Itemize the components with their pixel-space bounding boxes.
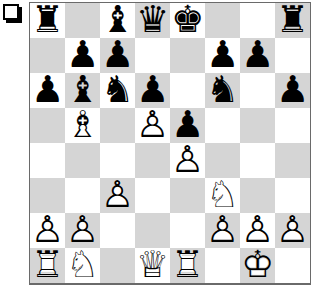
- white-king: ♚♔: [240, 248, 275, 283]
- square-c1[interactable]: [100, 248, 135, 283]
- square-c2[interactable]: [100, 213, 135, 248]
- square-h4[interactable]: [275, 143, 310, 178]
- square-d8[interactable]: ♛: [135, 3, 170, 38]
- square-f6[interactable]: ♞: [205, 73, 240, 108]
- chess-diagram: ♜♝♛♚♜♟♟♟♟♟♝♞♟♞♟♝♗♟♙♟♟♙♟♙♞♘♟♙♟♙♟♙♟♙♟♙♜♖♞♘…: [0, 0, 315, 285]
- square-g4[interactable]: [240, 143, 275, 178]
- white-pawn: ♟♙: [205, 213, 240, 248]
- square-d4[interactable]: [135, 143, 170, 178]
- square-a5[interactable]: [30, 108, 65, 143]
- square-a4[interactable]: [30, 143, 65, 178]
- square-b1[interactable]: ♞♘: [65, 248, 100, 283]
- white-bishop: ♝♗: [65, 108, 100, 143]
- square-e1[interactable]: ♜♖: [170, 248, 205, 283]
- square-c6[interactable]: ♞: [100, 73, 135, 108]
- square-f2[interactable]: ♟♙: [205, 213, 240, 248]
- square-e3[interactable]: [170, 178, 205, 213]
- black-rook: ♜: [275, 3, 310, 38]
- black-pawn: ♟: [240, 38, 275, 73]
- square-c3[interactable]: ♟♙: [100, 178, 135, 213]
- black-pawn: ♟: [30, 73, 65, 108]
- square-e7[interactable]: [170, 38, 205, 73]
- white-rook: ♜♖: [30, 248, 65, 283]
- square-e8[interactable]: ♚: [170, 3, 205, 38]
- square-d1[interactable]: ♛♕: [135, 248, 170, 283]
- white-rook: ♜♖: [170, 248, 205, 283]
- square-d5[interactable]: ♟♙: [135, 108, 170, 143]
- square-a6[interactable]: ♟: [30, 73, 65, 108]
- white-queen: ♛♕: [135, 248, 170, 283]
- square-g1[interactable]: ♚♔: [240, 248, 275, 283]
- square-h5[interactable]: [275, 108, 310, 143]
- square-c5[interactable]: [100, 108, 135, 143]
- square-f5[interactable]: [205, 108, 240, 143]
- chess-board: ♜♝♛♚♜♟♟♟♟♟♝♞♟♞♟♝♗♟♙♟♟♙♟♙♞♘♟♙♟♙♟♙♟♙♟♙♜♖♞♘…: [29, 2, 311, 285]
- black-knight: ♞: [100, 73, 135, 108]
- white-pawn: ♟♙: [100, 178, 135, 213]
- white-knight: ♞♘: [65, 248, 100, 283]
- black-rook: ♜: [30, 3, 65, 38]
- square-a1[interactable]: ♜♖: [30, 248, 65, 283]
- white-pawn: ♟♙: [275, 213, 310, 248]
- square-h8[interactable]: ♜: [275, 3, 310, 38]
- square-f1[interactable]: [205, 248, 240, 283]
- square-g5[interactable]: [240, 108, 275, 143]
- square-h2[interactable]: ♟♙: [275, 213, 310, 248]
- black-pawn: ♟: [275, 73, 310, 108]
- square-b4[interactable]: [65, 143, 100, 178]
- white-to-move-indicator: [3, 4, 19, 20]
- square-h1[interactable]: [275, 248, 310, 283]
- white-pawn: ♟♙: [135, 108, 170, 143]
- square-e4[interactable]: ♟♙: [170, 143, 205, 178]
- black-queen: ♛: [135, 3, 170, 38]
- square-g7[interactable]: ♟: [240, 38, 275, 73]
- square-b5[interactable]: ♝♗: [65, 108, 100, 143]
- square-d3[interactable]: [135, 178, 170, 213]
- black-knight: ♞: [205, 73, 240, 108]
- white-pawn: ♟♙: [170, 143, 205, 178]
- square-a8[interactable]: ♜: [30, 3, 65, 38]
- square-h6[interactable]: ♟: [275, 73, 310, 108]
- square-g6[interactable]: [240, 73, 275, 108]
- black-king: ♚: [170, 3, 205, 38]
